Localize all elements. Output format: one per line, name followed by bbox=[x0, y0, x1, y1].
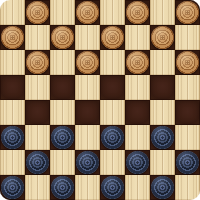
square-r0c1[interactable] bbox=[25, 0, 50, 25]
square-r4c3[interactable] bbox=[75, 100, 100, 125]
square-r5c1 bbox=[25, 125, 50, 150]
square-r2c5[interactable] bbox=[125, 50, 150, 75]
square-r1c7 bbox=[175, 25, 200, 50]
square-r4c6 bbox=[150, 100, 175, 125]
square-r4c1[interactable] bbox=[25, 100, 50, 125]
navy-piece[interactable] bbox=[101, 126, 124, 149]
square-r0c6 bbox=[150, 0, 175, 25]
square-r4c0 bbox=[0, 100, 25, 125]
square-r3c1 bbox=[25, 75, 50, 100]
wooden-piece[interactable] bbox=[101, 26, 124, 49]
square-r7c7 bbox=[175, 175, 200, 200]
wooden-piece[interactable] bbox=[26, 1, 49, 24]
navy-piece[interactable] bbox=[151, 176, 174, 199]
square-r4c2 bbox=[50, 100, 75, 125]
navy-piece[interactable] bbox=[51, 176, 74, 199]
wooden-piece[interactable] bbox=[176, 51, 199, 74]
square-r1c0[interactable] bbox=[0, 25, 25, 50]
square-r1c2[interactable] bbox=[50, 25, 75, 50]
square-r2c0 bbox=[0, 50, 25, 75]
square-r3c7 bbox=[175, 75, 200, 100]
square-r6c0 bbox=[0, 150, 25, 175]
wooden-piece[interactable] bbox=[26, 51, 49, 74]
square-r1c1 bbox=[25, 25, 50, 50]
square-r5c4[interactable] bbox=[100, 125, 125, 150]
navy-piece[interactable] bbox=[126, 151, 149, 174]
square-r7c1 bbox=[25, 175, 50, 200]
square-r2c1[interactable] bbox=[25, 50, 50, 75]
square-r5c0[interactable] bbox=[0, 125, 25, 150]
square-r6c6 bbox=[150, 150, 175, 175]
square-r3c6[interactable] bbox=[150, 75, 175, 100]
square-r0c2 bbox=[50, 0, 75, 25]
square-r5c6[interactable] bbox=[150, 125, 175, 150]
wooden-piece[interactable] bbox=[126, 51, 149, 74]
square-r6c5[interactable] bbox=[125, 150, 150, 175]
square-r2c2 bbox=[50, 50, 75, 75]
square-r1c4[interactable] bbox=[100, 25, 125, 50]
square-r5c7 bbox=[175, 125, 200, 150]
square-r5c5 bbox=[125, 125, 150, 150]
wooden-piece[interactable] bbox=[176, 1, 199, 24]
square-r1c5 bbox=[125, 25, 150, 50]
navy-piece[interactable] bbox=[1, 176, 24, 199]
square-r1c6[interactable] bbox=[150, 25, 175, 50]
square-r6c3[interactable] bbox=[75, 150, 100, 175]
square-r1c3 bbox=[75, 25, 100, 50]
navy-piece[interactable] bbox=[26, 151, 49, 174]
navy-piece[interactable] bbox=[1, 126, 24, 149]
square-r6c7[interactable] bbox=[175, 150, 200, 175]
square-r3c5 bbox=[125, 75, 150, 100]
square-r5c2[interactable] bbox=[50, 125, 75, 150]
square-r7c0[interactable] bbox=[0, 175, 25, 200]
square-r2c3[interactable] bbox=[75, 50, 100, 75]
wooden-piece[interactable] bbox=[76, 51, 99, 74]
square-r0c3[interactable] bbox=[75, 0, 100, 25]
wooden-piece[interactable] bbox=[1, 26, 24, 49]
square-r7c6[interactable] bbox=[150, 175, 175, 200]
wooden-piece[interactable] bbox=[51, 26, 74, 49]
square-r3c0[interactable] bbox=[0, 75, 25, 100]
wooden-piece[interactable] bbox=[76, 1, 99, 24]
square-r4c7[interactable] bbox=[175, 100, 200, 125]
square-r7c3 bbox=[75, 175, 100, 200]
square-r3c3 bbox=[75, 75, 100, 100]
square-r2c7[interactable] bbox=[175, 50, 200, 75]
square-r0c5[interactable] bbox=[125, 0, 150, 25]
square-r0c0 bbox=[0, 0, 25, 25]
square-r2c4 bbox=[100, 50, 125, 75]
square-r5c3 bbox=[75, 125, 100, 150]
square-r6c4 bbox=[100, 150, 125, 175]
navy-piece[interactable] bbox=[51, 126, 74, 149]
square-r7c4[interactable] bbox=[100, 175, 125, 200]
navy-piece[interactable] bbox=[76, 151, 99, 174]
square-r3c4[interactable] bbox=[100, 75, 125, 100]
square-r7c5 bbox=[125, 175, 150, 200]
navy-piece[interactable] bbox=[151, 126, 174, 149]
navy-piece[interactable] bbox=[176, 151, 199, 174]
checkers-board bbox=[0, 0, 200, 200]
square-r0c4 bbox=[100, 0, 125, 25]
square-r7c2[interactable] bbox=[50, 175, 75, 200]
square-r2c6 bbox=[150, 50, 175, 75]
square-r3c2[interactable] bbox=[50, 75, 75, 100]
square-r4c5[interactable] bbox=[125, 100, 150, 125]
square-r0c7[interactable] bbox=[175, 0, 200, 25]
square-r4c4 bbox=[100, 100, 125, 125]
wooden-piece[interactable] bbox=[126, 1, 149, 24]
square-r6c2 bbox=[50, 150, 75, 175]
wooden-piece[interactable] bbox=[151, 26, 174, 49]
square-r6c1[interactable] bbox=[25, 150, 50, 175]
navy-piece[interactable] bbox=[101, 176, 124, 199]
